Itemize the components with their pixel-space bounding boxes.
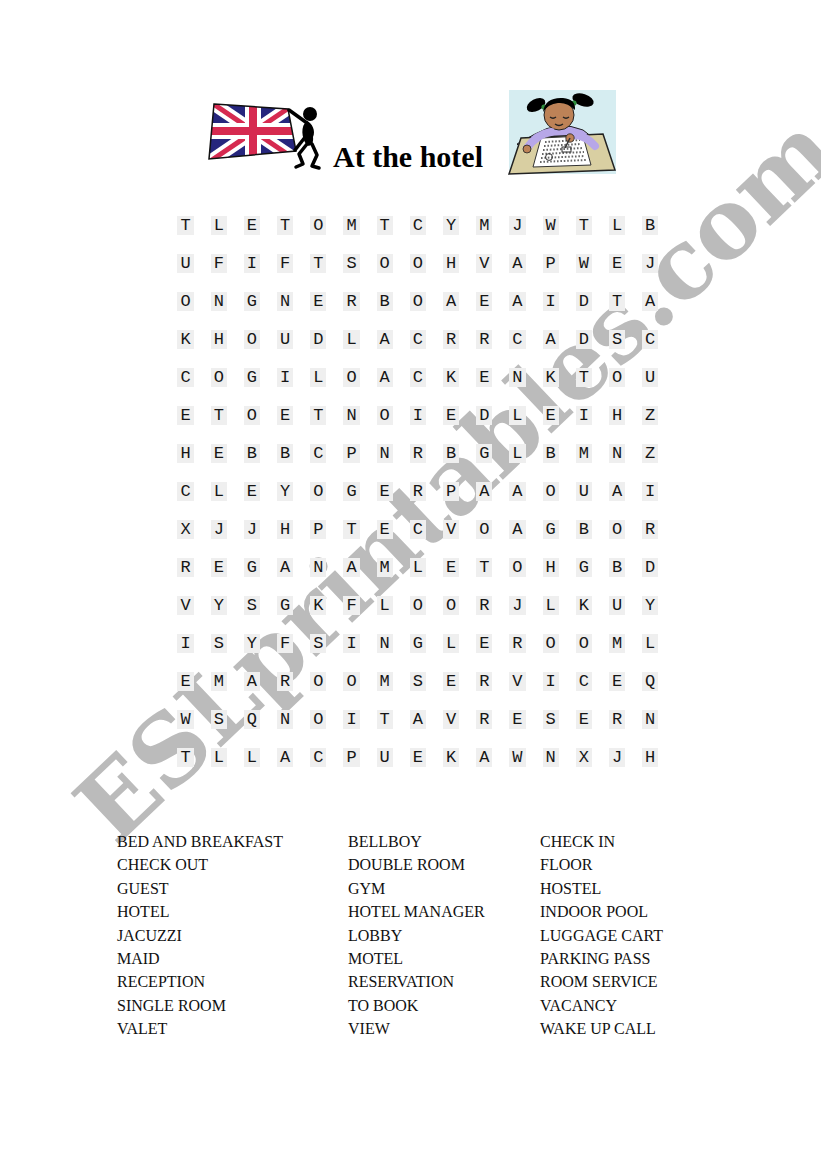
grid-cell: A: [468, 472, 501, 510]
grid-cell: C: [169, 472, 202, 510]
grid-cell: L: [368, 586, 401, 624]
grid-cell: F: [269, 624, 302, 662]
word-list-column2: BELLBOYDOUBLE ROOMGYMHOTEL MANAGERLOBBYM…: [348, 830, 485, 1041]
grid-cell: T: [202, 396, 235, 434]
grid-cell: C: [401, 358, 434, 396]
grid-cell: H: [202, 320, 235, 358]
grid-cell: J: [235, 510, 268, 548]
grid-cell: C: [302, 738, 335, 776]
grid-cell: T: [302, 396, 335, 434]
grid-cell: A: [501, 244, 534, 282]
grid-cell: K: [435, 738, 468, 776]
grid-cell: V: [435, 510, 468, 548]
grid-cell: E: [435, 548, 468, 586]
word-list-item: CHECK IN: [540, 830, 663, 853]
word-list-item: BELLBOY: [348, 830, 485, 853]
grid-cell: W: [169, 700, 202, 738]
word-list-item: HOTEL MANAGER: [348, 900, 485, 923]
grid-cell: B: [368, 282, 401, 320]
worksheet-page: ESLprintables.com At the hotel: [0, 0, 821, 1169]
word-list-item: LUGGAGE CART: [540, 924, 663, 947]
grid-cell: A: [501, 282, 534, 320]
grid-cell: M: [600, 624, 633, 662]
grid-cell: G: [534, 510, 567, 548]
grid-cell: Y: [235, 624, 268, 662]
grid-cell: D: [302, 320, 335, 358]
grid-cell: V: [468, 244, 501, 282]
grid-cell: T: [567, 206, 600, 244]
grid-cell: X: [169, 510, 202, 548]
grid-cell: N: [335, 396, 368, 434]
grid-cell: M: [567, 434, 600, 472]
grid-cell: S: [235, 586, 268, 624]
grid-cell: Q: [235, 700, 268, 738]
grid-cell: R: [468, 662, 501, 700]
grid-cell: E: [202, 548, 235, 586]
grid-cell: N: [269, 282, 302, 320]
grid-cell: U: [567, 472, 600, 510]
word-list-item: JACUZZI: [117, 924, 283, 947]
grid-cell: R: [335, 282, 368, 320]
grid-cell: A: [534, 320, 567, 358]
grid-cell: A: [401, 700, 434, 738]
grid-cell: G: [235, 358, 268, 396]
grid-cell: N: [600, 434, 633, 472]
grid-cell: A: [435, 282, 468, 320]
grid-cell: K: [302, 586, 335, 624]
grid-cell: B: [567, 510, 600, 548]
word-list-item: VALET: [117, 1017, 283, 1040]
grid-cell: U: [169, 244, 202, 282]
grid-cell: H: [600, 396, 633, 434]
grid-cell: S: [335, 244, 368, 282]
grid-cell: I: [269, 358, 302, 396]
grid-cell: T: [567, 358, 600, 396]
word-list-item: VIEW: [348, 1017, 485, 1040]
grid-cell: O: [401, 586, 434, 624]
word-list-item: HOTEL: [117, 900, 283, 923]
grid-cell: U: [600, 586, 633, 624]
grid-cell: A: [501, 510, 534, 548]
grid-cell: C: [567, 662, 600, 700]
grid-cell: B: [600, 548, 633, 586]
grid-cell: A: [634, 282, 667, 320]
grid-cell: T: [169, 738, 202, 776]
grid-cell: G: [335, 472, 368, 510]
grid-cell: D: [567, 282, 600, 320]
grid-cell: I: [401, 396, 434, 434]
grid-cell: Q: [634, 662, 667, 700]
grid-cell: E: [368, 510, 401, 548]
grid-cell: D: [468, 396, 501, 434]
grid-cell: C: [634, 320, 667, 358]
grid-cell: I: [534, 282, 567, 320]
grid-cell: E: [368, 472, 401, 510]
grid-cell: T: [302, 244, 335, 282]
grid-cell: S: [401, 662, 434, 700]
grid-cell: E: [567, 700, 600, 738]
grid-cell: P: [534, 244, 567, 282]
grid-cell: R: [501, 624, 534, 662]
grid-cell: I: [335, 624, 368, 662]
grid-cell: E: [468, 624, 501, 662]
grid-cell: A: [269, 738, 302, 776]
grid-cell: Z: [634, 434, 667, 472]
grid-cell: R: [600, 700, 633, 738]
grid-cell: A: [600, 472, 633, 510]
grid-cell: C: [401, 206, 434, 244]
grid-cell: B: [634, 206, 667, 244]
grid-cell: G: [468, 434, 501, 472]
grid-cell: A: [335, 548, 368, 586]
grid-cell: J: [600, 738, 633, 776]
grid-cell: R: [468, 320, 501, 358]
word-list-item: RECEPTION: [117, 970, 283, 993]
grid-cell: P: [435, 472, 468, 510]
grid-cell: E: [435, 662, 468, 700]
grid-cell: B: [269, 434, 302, 472]
grid-cell: M: [368, 548, 401, 586]
grid-cell: E: [501, 700, 534, 738]
grid-cell: C: [169, 358, 202, 396]
student-icon: [507, 90, 618, 178]
grid-cell: Y: [269, 472, 302, 510]
grid-cell: N: [501, 358, 534, 396]
grid-cell: I: [235, 244, 268, 282]
grid-cell: H: [169, 434, 202, 472]
word-list-item: RESERVATION: [348, 970, 485, 993]
grid-cell: K: [169, 320, 202, 358]
grid-cell: T: [335, 510, 368, 548]
word-list-item: GUEST: [117, 877, 283, 900]
grid-cell: S: [202, 700, 235, 738]
grid-cell: K: [534, 358, 567, 396]
grid-cell: L: [302, 358, 335, 396]
grid-cell: M: [335, 206, 368, 244]
grid-cell: T: [269, 206, 302, 244]
grid-cell: T: [368, 700, 401, 738]
grid-cell: O: [169, 282, 202, 320]
grid-cell: L: [501, 396, 534, 434]
grid-cell: E: [468, 282, 501, 320]
grid-cell: A: [501, 472, 534, 510]
grid-cell: F: [335, 586, 368, 624]
word-list-column3: CHECK INFLOORHOSTELINDOOR POOLLUGGAGE CA…: [540, 830, 663, 1041]
grid-cell: I: [634, 472, 667, 510]
grid-cell: P: [335, 738, 368, 776]
grid-cell: V: [501, 662, 534, 700]
word-list-item: BED AND BREAKFAST: [117, 830, 283, 853]
grid-cell: N: [202, 282, 235, 320]
grid-cell: O: [501, 548, 534, 586]
word-list-item: INDOOR POOL: [540, 900, 663, 923]
grid-cell: G: [235, 282, 268, 320]
grid-cell: Z: [634, 396, 667, 434]
grid-cell: R: [634, 510, 667, 548]
grid-cell: W: [501, 738, 534, 776]
word-list-item: CHECK OUT: [117, 853, 283, 876]
grid-cell: O: [302, 472, 335, 510]
grid-cell: R: [169, 548, 202, 586]
grid-cell: W: [534, 206, 567, 244]
grid-cell: O: [600, 358, 633, 396]
grid-cell: C: [302, 434, 335, 472]
grid-cell: O: [401, 244, 434, 282]
grid-cell: Y: [202, 586, 235, 624]
word-list-item: GYM: [348, 877, 485, 900]
grid-cell: H: [534, 548, 567, 586]
grid-cell: A: [235, 662, 268, 700]
grid-cell: L: [534, 586, 567, 624]
grid-cell: L: [435, 624, 468, 662]
grid-cell: L: [501, 434, 534, 472]
grid-cell: G: [567, 548, 600, 586]
grid-cell: D: [567, 320, 600, 358]
word-list-item: MOTEL: [348, 947, 485, 970]
grid-cell: O: [468, 510, 501, 548]
grid-cell: H: [435, 244, 468, 282]
word-list-item: ROOM SERVICE: [540, 970, 663, 993]
grid-cell: N: [269, 700, 302, 738]
grid-cell: L: [634, 624, 667, 662]
grid-cell: J: [202, 510, 235, 548]
grid-cell: E: [202, 434, 235, 472]
grid-cell: L: [600, 206, 633, 244]
grid-cell: J: [501, 586, 534, 624]
grid-cell: I: [534, 662, 567, 700]
grid-cell: E: [534, 396, 567, 434]
grid-cell: X: [567, 738, 600, 776]
grid-cell: G: [235, 548, 268, 586]
grid-cell: E: [468, 358, 501, 396]
grid-cell: H: [634, 738, 667, 776]
grid-cell: V: [169, 586, 202, 624]
grid-cell: G: [401, 624, 434, 662]
grid-cell: E: [302, 282, 335, 320]
grid-cell: V: [435, 700, 468, 738]
grid-cell: N: [368, 624, 401, 662]
grid-cell: E: [235, 206, 268, 244]
grid-cell: W: [567, 244, 600, 282]
grid-cell: I: [169, 624, 202, 662]
grid-cell: R: [401, 434, 434, 472]
grid-cell: N: [368, 434, 401, 472]
grid-cell: U: [634, 358, 667, 396]
grid-cell: O: [302, 662, 335, 700]
grid-cell: M: [202, 662, 235, 700]
grid-cell: L: [235, 738, 268, 776]
grid-cell: O: [368, 244, 401, 282]
word-list-item: VACANCY: [540, 994, 663, 1017]
grid-cell: J: [634, 244, 667, 282]
grid-cell: O: [202, 358, 235, 396]
grid-cell: N: [534, 738, 567, 776]
word-list-item: WAKE UP CALL: [540, 1017, 663, 1040]
grid-cell: E: [169, 396, 202, 434]
grid-cell: C: [501, 320, 534, 358]
grid-cell: Y: [634, 586, 667, 624]
grid-cell: F: [202, 244, 235, 282]
grid-cell: C: [401, 510, 434, 548]
uk-flag-icon: [204, 92, 338, 176]
grid-cell: T: [468, 548, 501, 586]
grid-cell: R: [269, 662, 302, 700]
grid-cell: D: [634, 548, 667, 586]
grid-cell: T: [600, 282, 633, 320]
word-list-item: SINGLE ROOM: [117, 994, 283, 1017]
grid-cell: R: [468, 586, 501, 624]
word-list-item: TO BOOK: [348, 994, 485, 1017]
grid-cell: O: [302, 206, 335, 244]
word-list-item: LOBBY: [348, 924, 485, 947]
grid-cell: O: [335, 358, 368, 396]
grid-cell: K: [435, 358, 468, 396]
grid-cell: N: [302, 548, 335, 586]
grid-cell: Y: [435, 206, 468, 244]
word-list-item: HOSTEL: [540, 877, 663, 900]
word-list-item: FLOOR: [540, 853, 663, 876]
grid-cell: E: [600, 662, 633, 700]
grid-cell: N: [634, 700, 667, 738]
grid-cell: C: [401, 320, 434, 358]
grid-cell: L: [202, 206, 235, 244]
grid-cell: T: [169, 206, 202, 244]
grid-cell: A: [468, 738, 501, 776]
page-title: At the hotel: [333, 142, 483, 172]
grid-cell: R: [435, 320, 468, 358]
grid-cell: L: [401, 548, 434, 586]
grid-cell: A: [368, 320, 401, 358]
grid-cell: S: [302, 624, 335, 662]
word-list-item: MAID: [117, 947, 283, 970]
grid-cell: B: [534, 434, 567, 472]
grid-cell: L: [202, 738, 235, 776]
grid-cell: I: [567, 396, 600, 434]
grid-cell: T: [368, 206, 401, 244]
word-list-item: PARKING PASS: [540, 947, 663, 970]
grid-cell: A: [368, 358, 401, 396]
grid-cell: U: [368, 738, 401, 776]
grid-cell: M: [468, 206, 501, 244]
grid-cell: U: [269, 320, 302, 358]
grid-cell: O: [401, 282, 434, 320]
grid-cell: R: [468, 700, 501, 738]
grid-cell: P: [302, 510, 335, 548]
grid-cell: S: [202, 624, 235, 662]
grid-cell: F: [269, 244, 302, 282]
grid-cell: O: [435, 586, 468, 624]
grid-cell: B: [235, 434, 268, 472]
grid-cell: E: [169, 662, 202, 700]
grid-cell: O: [600, 510, 633, 548]
grid-cell: E: [435, 396, 468, 434]
grid-cell: O: [335, 662, 368, 700]
grid-cell: J: [501, 206, 534, 244]
grid-cell: E: [401, 738, 434, 776]
grid-cell: B: [435, 434, 468, 472]
word-list-item: DOUBLE ROOM: [348, 853, 485, 876]
grid-cell: O: [235, 320, 268, 358]
word-list-column1: BED AND BREAKFASTCHECK OUTGUESTHOTELJACU…: [117, 830, 283, 1041]
grid-cell: S: [534, 700, 567, 738]
grid-cell: H: [269, 510, 302, 548]
grid-cell: G: [269, 586, 302, 624]
grid-cell: O: [235, 396, 268, 434]
grid-cell: K: [567, 586, 600, 624]
grid-cell: O: [567, 624, 600, 662]
grid-cell: O: [302, 700, 335, 738]
grid-cell: M: [368, 662, 401, 700]
grid-cell: I: [335, 700, 368, 738]
grid-cell: P: [335, 434, 368, 472]
grid-cell: O: [368, 396, 401, 434]
grid-cell: S: [600, 320, 633, 358]
grid-cell: E: [235, 472, 268, 510]
grid-cell: L: [202, 472, 235, 510]
grid-cell: O: [534, 472, 567, 510]
grid-cell: E: [269, 396, 302, 434]
grid-cell: R: [401, 472, 434, 510]
grid-cell: L: [335, 320, 368, 358]
word-grid: TLETOMTCYMJWTLBUFIFTSOOHVAPWEJONGNERBOAE…: [169, 206, 667, 776]
grid-cell: O: [534, 624, 567, 662]
grid-cell: A: [269, 548, 302, 586]
grid-cell: E: [600, 244, 633, 282]
